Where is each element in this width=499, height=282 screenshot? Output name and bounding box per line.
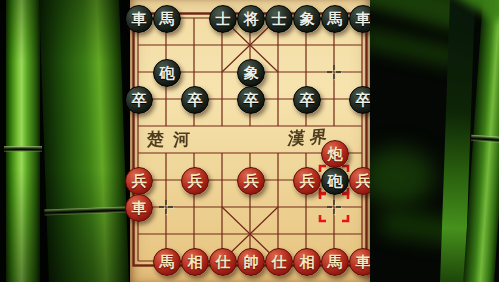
bamboo-background-left <box>0 0 130 282</box>
bamboo-node <box>4 146 42 152</box>
screenshot-root: 楚河 漢界 車馬士将士象馬車砲象卒卒卒卒卒砲炮兵兵兵兵兵車馬相仕帥仕相馬車 <box>0 0 499 282</box>
xiangqi-board[interactable]: 楚河 漢界 車馬士将士象馬車砲象卒卒卒卒卒砲炮兵兵兵兵兵車馬相仕帥仕相馬車 <box>130 0 370 282</box>
piece-red-horse[interactable]: 馬 <box>321 248 349 276</box>
piece-red-advisor[interactable]: 仕 <box>209 248 237 276</box>
piece-black-soldier[interactable]: 卒 <box>181 86 209 114</box>
piece-glyph: 馬 <box>160 254 175 269</box>
piece-black-advisor[interactable]: 士 <box>209 5 237 33</box>
bamboo-background-right <box>370 0 499 282</box>
piece-glyph: 帥 <box>244 254 259 269</box>
piece-black-cannon[interactable]: 砲 <box>153 59 181 87</box>
piece-red-chariot[interactable]: 車 <box>125 194 153 222</box>
piece-red-elephant[interactable]: 相 <box>181 248 209 276</box>
piece-red-soldier[interactable]: 兵 <box>237 167 265 195</box>
piece-glyph: 象 <box>300 11 315 26</box>
piece-glyph: 兵 <box>132 173 147 188</box>
piece-black-elephant[interactable]: 象 <box>237 59 265 87</box>
piece-glyph: 卒 <box>132 92 147 107</box>
piece-red-advisor[interactable]: 仕 <box>265 248 293 276</box>
piece-red-horse[interactable]: 馬 <box>153 248 181 276</box>
piece-glyph: 車 <box>132 11 147 26</box>
piece-glyph: 車 <box>356 254 371 269</box>
bamboo-node <box>471 135 499 143</box>
piece-black-soldier[interactable]: 卒 <box>125 86 153 114</box>
piece-glyph: 兵 <box>244 173 259 188</box>
bamboo-stalk <box>6 0 40 282</box>
piece-black-soldier[interactable]: 卒 <box>293 86 321 114</box>
piece-glyph: 卒 <box>244 92 259 107</box>
bamboo-node <box>44 206 128 215</box>
bamboo-stalk <box>39 0 129 282</box>
piece-black-elephant[interactable]: 象 <box>293 5 321 33</box>
piece-glyph: 象 <box>244 65 259 80</box>
piece-glyph: 仕 <box>272 254 287 269</box>
piece-black-cannon[interactable]: 砲 <box>321 167 349 195</box>
piece-glyph: 相 <box>300 254 315 269</box>
piece-red-soldier[interactable]: 兵 <box>293 167 321 195</box>
piece-black-horse[interactable]: 馬 <box>321 5 349 33</box>
piece-glyph: 炮 <box>328 146 343 161</box>
piece-red-cannon[interactable]: 炮 <box>321 140 349 168</box>
piece-black-advisor[interactable]: 士 <box>265 5 293 33</box>
piece-glyph: 馬 <box>328 11 343 26</box>
piece-glyph: 卒 <box>356 92 371 107</box>
piece-red-general[interactable]: 帥 <box>237 248 265 276</box>
piece-glyph: 士 <box>272 11 287 26</box>
piece-glyph: 将 <box>244 11 259 26</box>
piece-glyph: 仕 <box>216 254 231 269</box>
bamboo-glow <box>370 148 434 206</box>
piece-glyph: 馬 <box>160 11 175 26</box>
piece-black-general[interactable]: 将 <box>237 5 265 33</box>
piece-red-soldier[interactable]: 兵 <box>125 167 153 195</box>
piece-glyph: 砲 <box>328 173 343 188</box>
piece-glyph: 車 <box>356 11 371 26</box>
piece-glyph: 卒 <box>300 92 315 107</box>
piece-glyph: 士 <box>216 11 231 26</box>
piece-red-elephant[interactable]: 相 <box>293 248 321 276</box>
piece-glyph: 車 <box>132 200 147 215</box>
piece-glyph: 兵 <box>188 173 203 188</box>
piece-glyph: 卒 <box>188 92 203 107</box>
piece-red-soldier[interactable]: 兵 <box>181 167 209 195</box>
piece-black-horse[interactable]: 馬 <box>153 5 181 33</box>
river-label-chu-he: 楚河 <box>147 128 199 151</box>
piece-black-soldier[interactable]: 卒 <box>237 86 265 114</box>
piece-glyph: 馬 <box>328 254 343 269</box>
piece-glyph: 砲 <box>160 65 175 80</box>
piece-glyph: 相 <box>188 254 203 269</box>
piece-glyph: 兵 <box>300 173 315 188</box>
piece-glyph: 兵 <box>356 173 371 188</box>
piece-black-chariot[interactable]: 車 <box>125 5 153 33</box>
